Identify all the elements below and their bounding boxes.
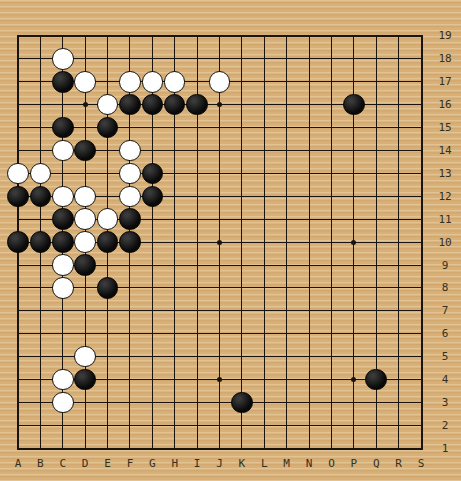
point-H15[interactable] <box>164 116 186 139</box>
point-Q2[interactable] <box>365 414 387 437</box>
point-C15[interactable] <box>52 116 74 139</box>
point-J5[interactable] <box>208 345 230 368</box>
point-J9[interactable] <box>208 254 230 277</box>
point-C7[interactable] <box>52 299 74 322</box>
point-M7[interactable] <box>275 299 297 322</box>
point-E5[interactable] <box>96 345 118 368</box>
black-stone-D14[interactable] <box>74 140 96 162</box>
point-S15[interactable] <box>410 116 432 139</box>
point-C17[interactable] <box>52 70 74 93</box>
point-L11[interactable] <box>253 208 275 231</box>
point-D9[interactable] <box>74 254 96 277</box>
point-L19[interactable] <box>253 25 275 48</box>
white-stone-A13[interactable] <box>7 163 29 185</box>
point-K11[interactable] <box>231 208 253 231</box>
white-stone-J17[interactable] <box>209 71 231 93</box>
point-Q19[interactable] <box>365 25 387 48</box>
point-J10[interactable] <box>208 231 230 254</box>
point-R2[interactable] <box>387 414 409 437</box>
point-Q4[interactable] <box>365 368 387 391</box>
point-N18[interactable] <box>298 47 320 70</box>
point-B19[interactable] <box>29 25 51 48</box>
point-F16[interactable] <box>119 93 141 116</box>
point-M3[interactable] <box>275 391 297 414</box>
white-stone-F14[interactable] <box>119 140 141 162</box>
point-S10[interactable] <box>410 231 432 254</box>
point-F8[interactable] <box>119 276 141 299</box>
point-Q7[interactable] <box>365 299 387 322</box>
point-O14[interactable] <box>320 139 342 162</box>
point-P2[interactable] <box>343 414 365 437</box>
point-S6[interactable] <box>410 322 432 345</box>
black-stone-A12[interactable] <box>7 186 29 208</box>
point-H5[interactable] <box>164 345 186 368</box>
point-L8[interactable] <box>253 276 275 299</box>
black-stone-D4[interactable] <box>74 369 96 391</box>
point-S13[interactable] <box>410 162 432 185</box>
point-N8[interactable] <box>298 276 320 299</box>
point-Q16[interactable] <box>365 93 387 116</box>
point-A16[interactable] <box>7 93 29 116</box>
point-B11[interactable] <box>29 208 51 231</box>
point-K2[interactable] <box>231 414 253 437</box>
point-J11[interactable] <box>208 208 230 231</box>
point-L12[interactable] <box>253 185 275 208</box>
point-R14[interactable] <box>387 139 409 162</box>
point-R11[interactable] <box>387 208 409 231</box>
black-stone-Q4[interactable] <box>365 369 387 391</box>
point-A4[interactable] <box>7 368 29 391</box>
point-I6[interactable] <box>186 322 208 345</box>
point-F3[interactable] <box>119 391 141 414</box>
point-E7[interactable] <box>96 299 118 322</box>
point-O9[interactable] <box>320 254 342 277</box>
point-O8[interactable] <box>320 276 342 299</box>
point-B7[interactable] <box>29 299 51 322</box>
point-P6[interactable] <box>343 322 365 345</box>
point-M15[interactable] <box>275 116 297 139</box>
point-A9[interactable] <box>7 254 29 277</box>
point-K13[interactable] <box>231 162 253 185</box>
point-M6[interactable] <box>275 322 297 345</box>
point-K17[interactable] <box>231 70 253 93</box>
point-A3[interactable] <box>7 391 29 414</box>
point-F19[interactable] <box>119 25 141 48</box>
point-B13[interactable] <box>29 162 51 185</box>
point-O12[interactable] <box>320 185 342 208</box>
point-I2[interactable] <box>186 414 208 437</box>
point-M19[interactable] <box>275 25 297 48</box>
point-I4[interactable] <box>186 368 208 391</box>
point-R10[interactable] <box>387 231 409 254</box>
point-G19[interactable] <box>141 25 163 48</box>
point-I7[interactable] <box>186 299 208 322</box>
black-stone-E15[interactable] <box>97 117 119 139</box>
point-B5[interactable] <box>29 345 51 368</box>
white-stone-D11[interactable] <box>74 208 96 230</box>
point-M17[interactable] <box>275 70 297 93</box>
point-K3[interactable] <box>231 391 253 414</box>
point-S17[interactable] <box>410 70 432 93</box>
point-N5[interactable] <box>298 345 320 368</box>
point-S14[interactable] <box>410 139 432 162</box>
point-L2[interactable] <box>253 414 275 437</box>
point-O7[interactable] <box>320 299 342 322</box>
white-stone-G17[interactable] <box>142 71 164 93</box>
point-H13[interactable] <box>164 162 186 185</box>
point-E16[interactable] <box>96 93 118 116</box>
black-stone-P16[interactable] <box>343 94 365 116</box>
point-B17[interactable] <box>29 70 51 93</box>
point-K19[interactable] <box>231 25 253 48</box>
point-G4[interactable] <box>141 368 163 391</box>
point-G7[interactable] <box>141 299 163 322</box>
point-H8[interactable] <box>164 276 186 299</box>
point-E18[interactable] <box>96 47 118 70</box>
point-E13[interactable] <box>96 162 118 185</box>
point-H14[interactable] <box>164 139 186 162</box>
black-stone-B10[interactable] <box>30 231 52 253</box>
point-G12[interactable] <box>141 185 163 208</box>
point-P8[interactable] <box>343 276 365 299</box>
black-stone-C11[interactable] <box>52 208 74 230</box>
point-F7[interactable] <box>119 299 141 322</box>
white-stone-F12[interactable] <box>119 186 141 208</box>
point-I19[interactable] <box>186 25 208 48</box>
point-Q6[interactable] <box>365 322 387 345</box>
point-P7[interactable] <box>343 299 365 322</box>
point-F13[interactable] <box>119 162 141 185</box>
point-K14[interactable] <box>231 139 253 162</box>
point-B14[interactable] <box>29 139 51 162</box>
point-L5[interactable] <box>253 345 275 368</box>
point-M2[interactable] <box>275 414 297 437</box>
black-stone-E8[interactable] <box>97 277 119 299</box>
point-N13[interactable] <box>298 162 320 185</box>
point-Q14[interactable] <box>365 139 387 162</box>
point-G8[interactable] <box>141 276 163 299</box>
point-I15[interactable] <box>186 116 208 139</box>
point-I17[interactable] <box>186 70 208 93</box>
point-H11[interactable] <box>164 208 186 231</box>
point-J6[interactable] <box>208 322 230 345</box>
point-K5[interactable] <box>231 345 253 368</box>
white-stone-F17[interactable] <box>119 71 141 93</box>
point-D5[interactable] <box>74 345 96 368</box>
point-F4[interactable] <box>119 368 141 391</box>
point-C16[interactable] <box>52 93 74 116</box>
point-E8[interactable] <box>96 276 118 299</box>
point-N9[interactable] <box>298 254 320 277</box>
point-H17[interactable] <box>164 70 186 93</box>
point-P10[interactable] <box>343 231 365 254</box>
point-C2[interactable] <box>52 414 74 437</box>
point-S2[interactable] <box>410 414 432 437</box>
point-I16[interactable] <box>186 93 208 116</box>
point-N2[interactable] <box>298 414 320 437</box>
point-D6[interactable] <box>74 322 96 345</box>
point-Q13[interactable] <box>365 162 387 185</box>
point-N19[interactable] <box>298 25 320 48</box>
point-M16[interactable] <box>275 93 297 116</box>
point-R6[interactable] <box>387 322 409 345</box>
point-P14[interactable] <box>343 139 365 162</box>
point-F5[interactable] <box>119 345 141 368</box>
point-P13[interactable] <box>343 162 365 185</box>
point-N16[interactable] <box>298 93 320 116</box>
point-C12[interactable] <box>52 185 74 208</box>
point-K10[interactable] <box>231 231 253 254</box>
point-Q11[interactable] <box>365 208 387 231</box>
point-P16[interactable] <box>343 93 365 116</box>
point-A14[interactable] <box>7 139 29 162</box>
point-A19[interactable] <box>7 25 29 48</box>
point-I13[interactable] <box>186 162 208 185</box>
point-B9[interactable] <box>29 254 51 277</box>
point-S4[interactable] <box>410 368 432 391</box>
white-stone-E11[interactable] <box>97 208 119 230</box>
point-H6[interactable] <box>164 322 186 345</box>
white-stone-C18[interactable] <box>52 48 74 70</box>
point-I14[interactable] <box>186 139 208 162</box>
point-O11[interactable] <box>320 208 342 231</box>
white-stone-C14[interactable] <box>52 140 74 162</box>
point-L18[interactable] <box>253 47 275 70</box>
point-J15[interactable] <box>208 116 230 139</box>
point-M9[interactable] <box>275 254 297 277</box>
point-A13[interactable] <box>7 162 29 185</box>
point-L7[interactable] <box>253 299 275 322</box>
point-E4[interactable] <box>96 368 118 391</box>
point-S11[interactable] <box>410 208 432 231</box>
point-A5[interactable] <box>7 345 29 368</box>
point-I18[interactable] <box>186 47 208 70</box>
point-L4[interactable] <box>253 368 275 391</box>
point-S18[interactable] <box>410 47 432 70</box>
point-G9[interactable] <box>141 254 163 277</box>
point-C9[interactable] <box>52 254 74 277</box>
point-Q12[interactable] <box>365 185 387 208</box>
point-M4[interactable] <box>275 368 297 391</box>
point-C19[interactable] <box>52 25 74 48</box>
point-F9[interactable] <box>119 254 141 277</box>
point-H7[interactable] <box>164 299 186 322</box>
point-G18[interactable] <box>141 47 163 70</box>
point-N15[interactable] <box>298 116 320 139</box>
black-stone-E10[interactable] <box>97 231 119 253</box>
point-R15[interactable] <box>387 116 409 139</box>
point-A2[interactable] <box>7 414 29 437</box>
point-S8[interactable] <box>410 276 432 299</box>
white-stone-F13[interactable] <box>119 163 141 185</box>
point-I5[interactable] <box>186 345 208 368</box>
point-D8[interactable] <box>74 276 96 299</box>
point-A11[interactable] <box>7 208 29 231</box>
point-H16[interactable] <box>164 93 186 116</box>
point-G3[interactable] <box>141 391 163 414</box>
point-K8[interactable] <box>231 276 253 299</box>
black-stone-G16[interactable] <box>142 94 164 116</box>
point-E17[interactable] <box>96 70 118 93</box>
black-stone-G13[interactable] <box>142 163 164 185</box>
point-M12[interactable] <box>275 185 297 208</box>
point-J17[interactable] <box>208 70 230 93</box>
white-stone-E16[interactable] <box>97 94 119 116</box>
point-C14[interactable] <box>52 139 74 162</box>
point-I12[interactable] <box>186 185 208 208</box>
point-A7[interactable] <box>7 299 29 322</box>
point-H12[interactable] <box>164 185 186 208</box>
point-L3[interactable] <box>253 391 275 414</box>
point-F2[interactable] <box>119 414 141 437</box>
point-O2[interactable] <box>320 414 342 437</box>
point-C11[interactable] <box>52 208 74 231</box>
point-R13[interactable] <box>387 162 409 185</box>
white-stone-B13[interactable] <box>30 163 52 185</box>
white-stone-C9[interactable] <box>52 254 74 276</box>
point-P12[interactable] <box>343 185 365 208</box>
white-stone-C8[interactable] <box>52 277 74 299</box>
point-E11[interactable] <box>96 208 118 231</box>
point-G11[interactable] <box>141 208 163 231</box>
point-R3[interactable] <box>387 391 409 414</box>
point-G13[interactable] <box>141 162 163 185</box>
point-C3[interactable] <box>52 391 74 414</box>
point-C5[interactable] <box>52 345 74 368</box>
point-F15[interactable] <box>119 116 141 139</box>
point-L15[interactable] <box>253 116 275 139</box>
point-S5[interactable] <box>410 345 432 368</box>
point-B6[interactable] <box>29 322 51 345</box>
point-C8[interactable] <box>52 276 74 299</box>
point-J14[interactable] <box>208 139 230 162</box>
point-P19[interactable] <box>343 25 365 48</box>
point-J13[interactable] <box>208 162 230 185</box>
point-D2[interactable] <box>74 414 96 437</box>
point-P3[interactable] <box>343 391 365 414</box>
point-K4[interactable] <box>231 368 253 391</box>
point-O6[interactable] <box>320 322 342 345</box>
white-stone-D10[interactable] <box>74 231 96 253</box>
black-stone-I16[interactable] <box>186 94 208 116</box>
point-G14[interactable] <box>141 139 163 162</box>
black-stone-H16[interactable] <box>164 94 186 116</box>
point-B18[interactable] <box>29 47 51 70</box>
point-D3[interactable] <box>74 391 96 414</box>
point-E10[interactable] <box>96 231 118 254</box>
point-K6[interactable] <box>231 322 253 345</box>
point-A10[interactable] <box>7 231 29 254</box>
point-F14[interactable] <box>119 139 141 162</box>
point-Q5[interactable] <box>365 345 387 368</box>
point-D12[interactable] <box>74 185 96 208</box>
point-O13[interactable] <box>320 162 342 185</box>
point-Q10[interactable] <box>365 231 387 254</box>
point-J3[interactable] <box>208 391 230 414</box>
point-D10[interactable] <box>74 231 96 254</box>
point-B12[interactable] <box>29 185 51 208</box>
point-S19[interactable] <box>410 25 432 48</box>
point-F10[interactable] <box>119 231 141 254</box>
point-D18[interactable] <box>74 47 96 70</box>
black-stone-C17[interactable] <box>52 71 74 93</box>
point-O17[interactable] <box>320 70 342 93</box>
point-E9[interactable] <box>96 254 118 277</box>
point-M14[interactable] <box>275 139 297 162</box>
point-R8[interactable] <box>387 276 409 299</box>
point-R7[interactable] <box>387 299 409 322</box>
black-stone-F11[interactable] <box>119 208 141 230</box>
point-B15[interactable] <box>29 116 51 139</box>
white-stone-C12[interactable] <box>52 186 74 208</box>
black-stone-D9[interactable] <box>74 254 96 276</box>
point-O10[interactable] <box>320 231 342 254</box>
point-M18[interactable] <box>275 47 297 70</box>
point-A17[interactable] <box>7 70 29 93</box>
point-Q3[interactable] <box>365 391 387 414</box>
point-Q18[interactable] <box>365 47 387 70</box>
point-I9[interactable] <box>186 254 208 277</box>
point-A8[interactable] <box>7 276 29 299</box>
point-O5[interactable] <box>320 345 342 368</box>
white-stone-H17[interactable] <box>164 71 186 93</box>
point-C4[interactable] <box>52 368 74 391</box>
point-D14[interactable] <box>74 139 96 162</box>
point-K18[interactable] <box>231 47 253 70</box>
point-R4[interactable] <box>387 368 409 391</box>
point-G2[interactable] <box>141 414 163 437</box>
point-B3[interactable] <box>29 391 51 414</box>
point-S7[interactable] <box>410 299 432 322</box>
point-M5[interactable] <box>275 345 297 368</box>
black-stone-B12[interactable] <box>30 186 52 208</box>
black-stone-C15[interactable] <box>52 117 74 139</box>
point-G17[interactable] <box>141 70 163 93</box>
point-N11[interactable] <box>298 208 320 231</box>
point-L13[interactable] <box>253 162 275 185</box>
point-E2[interactable] <box>96 414 118 437</box>
point-D16[interactable] <box>74 93 96 116</box>
point-E14[interactable] <box>96 139 118 162</box>
point-F6[interactable] <box>119 322 141 345</box>
point-P11[interactable] <box>343 208 365 231</box>
point-D17[interactable] <box>74 70 96 93</box>
point-B16[interactable] <box>29 93 51 116</box>
point-L6[interactable] <box>253 322 275 345</box>
point-R18[interactable] <box>387 47 409 70</box>
point-I3[interactable] <box>186 391 208 414</box>
point-S9[interactable] <box>410 254 432 277</box>
point-J16[interactable] <box>208 93 230 116</box>
point-L9[interactable] <box>253 254 275 277</box>
point-F11[interactable] <box>119 208 141 231</box>
point-Q8[interactable] <box>365 276 387 299</box>
point-N3[interactable] <box>298 391 320 414</box>
black-stone-F16[interactable] <box>119 94 141 116</box>
point-B4[interactable] <box>29 368 51 391</box>
point-B10[interactable] <box>29 231 51 254</box>
point-K7[interactable] <box>231 299 253 322</box>
point-E12[interactable] <box>96 185 118 208</box>
point-B8[interactable] <box>29 276 51 299</box>
point-Q9[interactable] <box>365 254 387 277</box>
point-H18[interactable] <box>164 47 186 70</box>
point-M11[interactable] <box>275 208 297 231</box>
point-P4[interactable] <box>343 368 365 391</box>
point-G10[interactable] <box>141 231 163 254</box>
point-A15[interactable] <box>7 116 29 139</box>
point-M13[interactable] <box>275 162 297 185</box>
